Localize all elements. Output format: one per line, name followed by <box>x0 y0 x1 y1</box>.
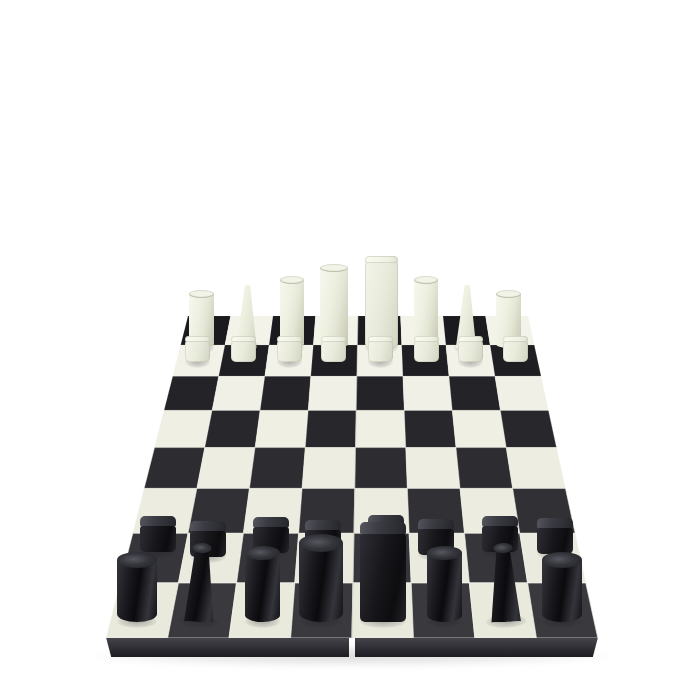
white-pawn-c2[interactable] <box>277 336 302 362</box>
black-knight-b8[interactable] <box>178 542 222 623</box>
square-d4[interactable] <box>305 410 356 447</box>
piece-top-cap <box>192 542 210 553</box>
board-front-edge-right <box>355 638 598 657</box>
piece-top-cap <box>245 546 280 560</box>
piece-front-face <box>503 341 528 362</box>
square-c3[interactable] <box>260 376 311 410</box>
piece-front-face <box>321 341 346 362</box>
piece-top-cap <box>493 542 511 553</box>
square-e4[interactable] <box>356 410 406 447</box>
square-f5[interactable] <box>406 448 460 489</box>
square-b3[interactable] <box>212 376 265 410</box>
black-pawn-h7[interactable] <box>537 518 573 554</box>
square-a4[interactable] <box>155 410 213 447</box>
piece-front-face <box>368 341 393 362</box>
square-g4[interactable] <box>452 410 506 447</box>
square-c5[interactable] <box>250 448 306 489</box>
piece-front-face <box>185 341 210 362</box>
white-pawn-b2[interactable] <box>231 336 256 362</box>
square-f3[interactable] <box>403 376 452 410</box>
black-bishop-c8[interactable] <box>245 546 280 622</box>
piece-front-face <box>140 526 176 552</box>
square-h3[interactable] <box>495 376 549 410</box>
piece-top-cap <box>299 534 343 552</box>
piece-body <box>178 546 222 623</box>
white-pawn-a2[interactable] <box>185 336 210 362</box>
piece-body <box>117 560 157 622</box>
square-h5[interactable] <box>506 448 565 489</box>
square-c4[interactable] <box>255 410 308 447</box>
piece-front-face <box>414 341 439 362</box>
piece-top-cap <box>542 552 582 568</box>
piece-top-face <box>360 522 406 535</box>
square-e5[interactable] <box>355 448 408 489</box>
square-a3[interactable] <box>164 376 219 410</box>
piece-body <box>427 553 462 622</box>
piece-front-face <box>360 534 406 622</box>
white-pawn-g2[interactable] <box>458 336 483 362</box>
chess-set-photo <box>0 0 700 700</box>
piece-front-face <box>365 262 398 348</box>
square-d3[interactable] <box>308 376 357 410</box>
piece-front-face <box>231 341 256 362</box>
square-g5[interactable] <box>456 448 513 489</box>
square-b5[interactable] <box>197 448 255 489</box>
piece-body <box>245 553 280 622</box>
square-a5[interactable] <box>144 448 205 489</box>
piece-front-face <box>277 341 302 362</box>
chessboard <box>0 0 700 700</box>
piece-front-face <box>458 341 483 362</box>
black-rook-a8[interactable] <box>117 552 157 622</box>
square-g3[interactable] <box>449 376 500 410</box>
white-pawn-d2[interactable] <box>321 336 346 362</box>
white-pawn-h2[interactable] <box>503 336 528 362</box>
piece-top-cap <box>117 552 157 568</box>
black-rook-h8[interactable] <box>542 552 582 622</box>
black-pawn-a7[interactable] <box>140 516 176 552</box>
board-front-edge-left <box>106 638 349 657</box>
black-king-e8[interactable] <box>360 522 406 622</box>
piece-body <box>542 560 582 622</box>
black-queen-d8[interactable] <box>299 534 343 622</box>
square-h4[interactable] <box>500 410 556 447</box>
piece-body <box>482 546 526 623</box>
piece-body <box>299 543 343 622</box>
square-d5[interactable] <box>302 448 355 489</box>
white-pawn-f2[interactable] <box>414 336 439 362</box>
square-b4[interactable] <box>205 410 260 447</box>
black-bishop-f8[interactable] <box>427 546 462 622</box>
square-f4[interactable] <box>404 410 456 447</box>
piece-top-cap <box>427 546 462 560</box>
white-king-e1[interactable] <box>365 256 398 348</box>
square-e3[interactable] <box>356 376 404 410</box>
black-knight-g8[interactable] <box>482 542 526 623</box>
white-pawn-e2[interactable] <box>368 336 393 362</box>
piece-front-face <box>537 528 573 554</box>
